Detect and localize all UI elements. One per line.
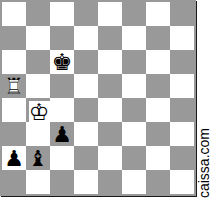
square-e1[interactable] xyxy=(98,170,122,194)
square-d6[interactable] xyxy=(74,50,98,74)
square-c2[interactable] xyxy=(50,146,74,170)
square-h2[interactable] xyxy=(170,146,194,170)
square-d2[interactable] xyxy=(74,146,98,170)
chess-board: ♚♜♖♚♔♟♟♝ xyxy=(0,0,196,196)
square-c7[interactable] xyxy=(50,26,74,50)
caissa-watermark: caissa.com xyxy=(196,128,212,198)
square-b2[interactable]: ♝ xyxy=(26,146,50,170)
square-g6[interactable] xyxy=(146,50,170,74)
square-a2[interactable]: ♟ xyxy=(2,146,26,170)
square-g3[interactable] xyxy=(146,122,170,146)
black-pawn-a2: ♟ xyxy=(2,146,26,170)
square-a5[interactable]: ♜♖ xyxy=(2,74,26,98)
square-d5[interactable] xyxy=(74,74,98,98)
square-h6[interactable] xyxy=(170,50,194,74)
square-c8[interactable] xyxy=(50,2,74,26)
square-e4[interactable] xyxy=(98,98,122,122)
square-e6[interactable] xyxy=(98,50,122,74)
black-bishop-b2: ♝ xyxy=(26,146,50,170)
square-b8[interactable] xyxy=(26,2,50,26)
square-e5[interactable] xyxy=(98,74,122,98)
square-f2[interactable] xyxy=(122,146,146,170)
black-king-icon: ♚ xyxy=(50,50,74,74)
square-f4[interactable] xyxy=(122,98,146,122)
square-b5[interactable] xyxy=(26,74,50,98)
square-b7[interactable] xyxy=(26,26,50,50)
square-h1[interactable] xyxy=(170,170,194,194)
square-c6[interactable]: ♚ xyxy=(50,50,74,74)
square-f6[interactable] xyxy=(122,50,146,74)
square-h7[interactable] xyxy=(170,26,194,50)
white-king-b4: ♚♔ xyxy=(27,100,51,124)
square-a4[interactable] xyxy=(2,98,26,122)
square-d7[interactable] xyxy=(74,26,98,50)
square-f5[interactable] xyxy=(122,74,146,98)
square-h4[interactable] xyxy=(170,98,194,122)
square-b6[interactable] xyxy=(26,50,50,74)
white-king-icon: ♔ xyxy=(27,100,51,124)
square-g1[interactable] xyxy=(146,170,170,194)
black-pawn-c3: ♟ xyxy=(50,122,74,146)
square-g8[interactable] xyxy=(146,2,170,26)
square-h5[interactable] xyxy=(170,74,194,98)
square-h8[interactable] xyxy=(170,2,194,26)
square-b3[interactable] xyxy=(26,122,50,146)
square-d4[interactable] xyxy=(74,98,98,122)
square-g4[interactable] xyxy=(146,98,170,122)
black-pawn-icon: ♟ xyxy=(2,146,26,170)
chess-diagram: ♚♜♖♚♔♟♟♝ caissa.com xyxy=(0,0,212,200)
square-f8[interactable] xyxy=(122,2,146,26)
square-a7[interactable] xyxy=(2,26,26,50)
square-e8[interactable] xyxy=(98,2,122,26)
square-d3[interactable] xyxy=(74,122,98,146)
square-c4[interactable] xyxy=(50,98,74,122)
white-rook-icon: ♖ xyxy=(2,74,26,98)
square-a1[interactable] xyxy=(2,170,26,194)
square-e2[interactable] xyxy=(98,146,122,170)
black-bishop-icon: ♝ xyxy=(26,146,50,170)
black-pawn-icon: ♟ xyxy=(50,122,74,146)
square-c1[interactable] xyxy=(50,170,74,194)
square-f3[interactable] xyxy=(122,122,146,146)
square-g2[interactable] xyxy=(146,146,170,170)
square-d8[interactable] xyxy=(74,2,98,26)
square-f7[interactable] xyxy=(122,26,146,50)
square-a3[interactable] xyxy=(2,122,26,146)
square-a8[interactable] xyxy=(2,2,26,26)
square-b1[interactable] xyxy=(26,170,50,194)
black-king-c6: ♚ xyxy=(50,50,74,74)
square-c3[interactable]: ♟ xyxy=(50,122,74,146)
square-g5[interactable] xyxy=(146,74,170,98)
square-c5[interactable] xyxy=(50,74,74,98)
square-e7[interactable] xyxy=(98,26,122,50)
square-d1[interactable] xyxy=(74,170,98,194)
square-g7[interactable] xyxy=(146,26,170,50)
square-a6[interactable] xyxy=(2,50,26,74)
square-f1[interactable] xyxy=(122,170,146,194)
square-b4[interactable]: ♚♔ xyxy=(26,98,50,122)
square-h3[interactable] xyxy=(170,122,194,146)
white-rook-a5: ♜♖ xyxy=(2,74,26,98)
square-e3[interactable] xyxy=(98,122,122,146)
